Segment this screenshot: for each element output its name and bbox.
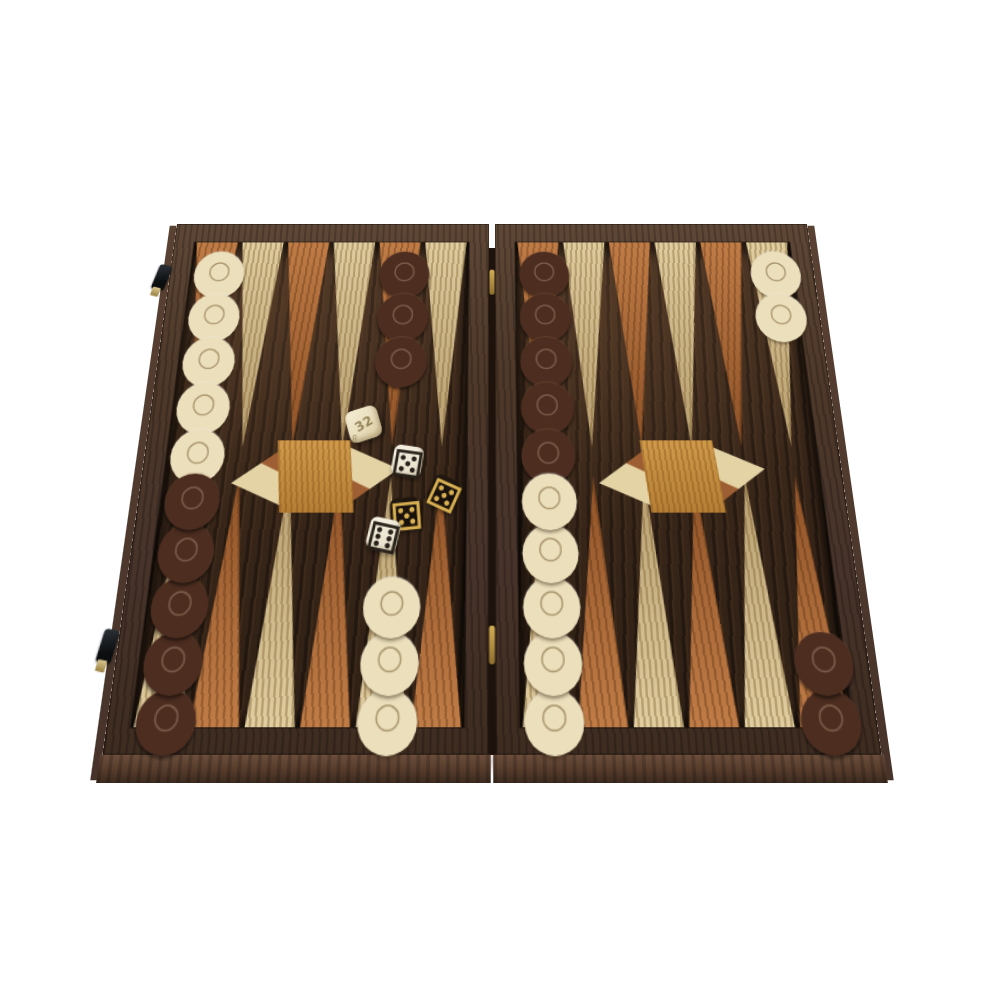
right-inlay-motif: [597, 440, 769, 512]
brass-hinge-top: [489, 270, 494, 295]
checker-ring-glyph: ○: [767, 300, 794, 326]
dark-checker[interactable]: ●○: [785, 616, 845, 673]
point-13[interactable]: ●○●○●○●○●○: [168, 242, 241, 447]
checker-stack-point-17: ●○●○●○: [371, 240, 423, 369]
dark-checker[interactable]: ●○: [515, 240, 562, 282]
board-right-half: ●○●○●○●○●○●○●○ ●○●○●○●○●○●○●○: [495, 224, 881, 755]
photo-background: ●○●○●○●○●○●○●○●○ ●○●○●○●○●○●○●○●○ ●○●○●○…: [0, 0, 1000, 1000]
doubling-cube-side-value: 8: [352, 435, 358, 445]
checker-ring-glyph: ○: [378, 584, 406, 616]
point-19[interactable]: ●○●○●○●○●○: [515, 242, 567, 447]
inlay-core: [278, 440, 354, 512]
checker-ring-glyph: ○: [389, 343, 414, 370]
doubling-cube-value: 32: [352, 413, 375, 435]
white-die-1-face: ⚄: [389, 444, 427, 485]
ivory-checker[interactable]: ●○: [359, 561, 414, 615]
case-latch-bottom: [95, 628, 120, 664]
checker-stack-point-1: ●○●○: [785, 616, 853, 732]
ivory-checker[interactable]: ●○: [748, 281, 800, 324]
ivory-checker[interactable]: ●○: [744, 240, 795, 282]
dark-checker[interactable]: ●○: [160, 459, 216, 509]
left-top-points: ●○●○●○●○●○●○●○●○: [168, 242, 469, 447]
dark-checker[interactable]: ●○: [373, 281, 421, 324]
ivory-checker[interactable]: ●○: [518, 459, 569, 509]
checker-stack-point-24: ●○●○: [744, 240, 800, 325]
checker-stack-point-12: ●○●○●○●○●○: [131, 459, 216, 731]
dark-checker[interactable]: ●○: [371, 324, 420, 369]
dark-checker[interactable]: ●○: [516, 324, 564, 369]
left-inlay-motif: [228, 440, 400, 512]
right-playing-field: ●○●○●○●○●○●○●○ ●○●○●○●○●○●○●○: [515, 242, 853, 727]
point-12[interactable]: ●○●○●○●○●○: [131, 476, 214, 727]
inlay-left-wing: [229, 447, 286, 506]
checker-stack-point-19: ●○●○●○●○●○: [515, 240, 567, 464]
point-6[interactable]: ●○●○●○●○●○: [518, 476, 576, 727]
checker-stack-point-8: ●○●○●○: [353, 561, 413, 731]
ivory-checker[interactable]: ●○: [184, 281, 236, 324]
checker-ring-glyph: ○: [536, 481, 562, 511]
right-top-points: ●○●○●○●○●○●○●○: [515, 242, 816, 447]
checker-ring-glyph: ○: [808, 640, 839, 674]
ivory-checker[interactable]: ●○: [178, 324, 231, 369]
white-die-2[interactable]: ⚅: [364, 516, 401, 554]
white-die-1[interactable]: ⚄: [390, 444, 425, 478]
inlay-core: [640, 440, 726, 512]
checker-ring-glyph: ○: [178, 481, 207, 511]
backgammon-board: ●○●○●○●○●○●○●○●○ ●○●○●○●○●○●○●○●○ ●○●○●○…: [103, 224, 882, 755]
right-bottom-points: ●○●○●○●○●○●○●○: [518, 476, 854, 727]
checker-stack-point-13: ●○●○●○●○●○: [166, 240, 241, 464]
brass-hinge-bottom: [489, 626, 495, 665]
ivory-checker[interactable]: ●○: [190, 240, 241, 282]
dark-checker[interactable]: ●○: [376, 240, 423, 282]
case-latch-top: [151, 264, 173, 291]
checker-stack-point-6: ●○●○●○●○●○: [518, 459, 576, 731]
dark-checker[interactable]: ●○: [517, 369, 566, 415]
ivory-checker[interactable]: ●○: [172, 369, 226, 415]
dark-checker[interactable]: ●○: [516, 281, 563, 324]
